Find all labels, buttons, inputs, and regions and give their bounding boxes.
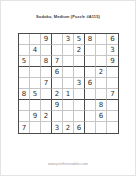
sudoku-cell-r1c9: 6 <box>107 34 118 45</box>
sudoku-cell-r2c3 <box>41 45 52 56</box>
sudoku-cell-r8c2: 9 <box>30 111 41 122</box>
sudoku-cell-r6c7 <box>85 89 96 100</box>
sudoku-cell-r8c8: 6 <box>96 111 107 122</box>
sudoku-cell-r3c3: 8 <box>41 56 52 67</box>
sudoku-cell-r9c1: 7 <box>19 122 30 133</box>
sudoku-cell-r5c2 <box>30 78 41 89</box>
sudoku-cell-r2c5 <box>63 45 74 56</box>
sudoku-cell-r9c5: 2 <box>63 122 74 133</box>
sudoku-cell-r9c4: 3 <box>52 122 63 133</box>
sudoku-cell-r2c4 <box>52 45 63 56</box>
sudoku-cell-r1c7: 8 <box>85 34 96 45</box>
sudoku-cell-r1c3: 9 <box>41 34 52 45</box>
sudoku-cell-r1c5: 3 <box>63 34 74 45</box>
sudoku-cell-r4c6 <box>74 67 85 78</box>
sudoku-cell-r8c6 <box>74 111 85 122</box>
sudoku-cell-r9c2 <box>30 122 41 133</box>
sudoku-cell-r9c8 <box>96 122 107 133</box>
sudoku-cell-r6c9: 7 <box>107 89 118 100</box>
sudoku-cell-r3c9: 9 <box>107 56 118 67</box>
sudoku-cell-r5c6: 3 <box>74 78 85 89</box>
sudoku-cell-r4c8: 2 <box>96 67 107 78</box>
sudoku-cell-r5c8 <box>96 78 107 89</box>
sudoku-cell-r8c9 <box>107 111 118 122</box>
sudoku-cell-r1c8 <box>96 34 107 45</box>
sudoku-cell-r3c5 <box>63 56 74 67</box>
sudoku-page: Sudoku, Medium (Puzzle #A115) 9358642358… <box>0 0 136 176</box>
sudoku-cell-r8c4 <box>52 111 63 122</box>
sudoku-cell-r6c6 <box>74 89 85 100</box>
sudoku-cell-r8c1 <box>19 111 30 122</box>
sudoku-grid: 9358642358796273685217989267326 <box>18 33 119 134</box>
sudoku-cell-r5c5 <box>63 78 74 89</box>
sudoku-cell-r7c7 <box>85 100 96 111</box>
sudoku-cell-r1c1 <box>19 34 30 45</box>
sudoku-cell-r7c4: 9 <box>52 100 63 111</box>
sudoku-cell-r5c9 <box>107 78 118 89</box>
sudoku-cell-r3c7 <box>85 56 96 67</box>
sudoku-cell-r7c8: 8 <box>96 100 107 111</box>
sudoku-cell-r4c9 <box>107 67 118 78</box>
sudoku-cell-r4c5 <box>63 67 74 78</box>
sudoku-cell-r3c2 <box>30 56 41 67</box>
sudoku-cell-r2c2: 4 <box>30 45 41 56</box>
sudoku-cell-r7c6 <box>74 100 85 111</box>
sudoku-cell-r6c2: 5 <box>30 89 41 100</box>
sudoku-cell-r4c1 <box>19 67 30 78</box>
sudoku-cell-r6c8 <box>96 89 107 100</box>
sudoku-cell-r6c1: 8 <box>19 89 30 100</box>
sudoku-cell-r2c7 <box>85 45 96 56</box>
sudoku-cell-r6c3 <box>41 89 52 100</box>
sudoku-cell-r8c3: 2 <box>41 111 52 122</box>
sudoku-cell-r4c7 <box>85 67 96 78</box>
sudoku-cell-r4c4: 6 <box>52 67 63 78</box>
sudoku-cell-r3c4: 7 <box>52 56 63 67</box>
sudoku-cell-r3c6 <box>74 56 85 67</box>
sudoku-cell-r6c5: 1 <box>63 89 74 100</box>
sudoku-cell-r7c3 <box>41 100 52 111</box>
footer-url: www.printfreesudoku.com <box>1 162 135 166</box>
sudoku-cell-r5c4 <box>52 78 63 89</box>
sudoku-cell-r1c6: 5 <box>74 34 85 45</box>
sudoku-cell-r5c3: 7 <box>41 78 52 89</box>
sudoku-cell-r8c7 <box>85 111 96 122</box>
sudoku-cell-r9c7 <box>85 122 96 133</box>
sudoku-cell-r5c7: 6 <box>85 78 96 89</box>
sudoku-cell-r7c2 <box>30 100 41 111</box>
sudoku-cell-r1c2 <box>30 34 41 45</box>
sudoku-cell-r6c4: 2 <box>52 89 63 100</box>
sudoku-cell-r7c1 <box>19 100 30 111</box>
sudoku-cell-r9c3 <box>41 122 52 133</box>
sudoku-cell-r4c2 <box>30 67 41 78</box>
sudoku-cell-r2c6: 2 <box>74 45 85 56</box>
sudoku-cell-r7c5 <box>63 100 74 111</box>
sudoku-cell-r7c9 <box>107 100 118 111</box>
sudoku-cell-r3c8 <box>96 56 107 67</box>
sudoku-cell-r8c5 <box>63 111 74 122</box>
sudoku-cell-r2c1 <box>19 45 30 56</box>
sudoku-cell-r4c3 <box>41 67 52 78</box>
sudoku-cell-r9c9 <box>107 122 118 133</box>
sudoku-cell-r9c6: 6 <box>74 122 85 133</box>
sudoku-cell-r2c9: 3 <box>107 45 118 56</box>
sudoku-cell-r2c8 <box>96 45 107 56</box>
sudoku-cell-r3c1: 5 <box>19 56 30 67</box>
sudoku-cell-r1c4 <box>52 34 63 45</box>
sudoku-cell-r5c1 <box>19 78 30 89</box>
page-title: Sudoku, Medium (Puzzle #A115) <box>1 14 135 19</box>
